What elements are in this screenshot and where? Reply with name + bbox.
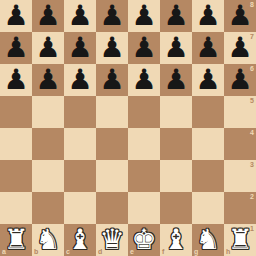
square-f3[interactable] (160, 160, 192, 192)
piece-black-pawn[interactable]: ♟ (227, 64, 252, 96)
square-a6[interactable]: ♟ (0, 64, 32, 96)
rank-label-2: 2 (250, 193, 254, 200)
rank-label-3: 3 (250, 161, 254, 168)
square-f2[interactable] (160, 192, 192, 224)
square-h7[interactable]: ♟7 (224, 32, 256, 64)
square-e3[interactable] (128, 160, 160, 192)
piece-black-pawn[interactable]: ♟ (35, 64, 60, 96)
square-b5[interactable] (32, 96, 64, 128)
square-h4[interactable]: 4 (224, 128, 256, 160)
square-d7[interactable]: ♟ (96, 32, 128, 64)
piece-white-queen[interactable]: ♛ (99, 224, 124, 256)
square-g7[interactable]: ♟ (192, 32, 224, 64)
square-a2[interactable] (0, 192, 32, 224)
square-c7[interactable]: ♟ (64, 32, 96, 64)
piece-black-pawn[interactable]: ♟ (195, 64, 220, 96)
square-g1[interactable]: ♞g (192, 224, 224, 256)
square-b8[interactable]: ♟ (32, 0, 64, 32)
piece-black-pawn[interactable]: ♟ (67, 64, 92, 96)
piece-white-bishop[interactable]: ♝ (67, 224, 92, 256)
square-c8[interactable]: ♟ (64, 0, 96, 32)
rank-label-4: 4 (250, 129, 254, 136)
square-f6[interactable]: ♟ (160, 64, 192, 96)
square-c6[interactable]: ♟ (64, 64, 96, 96)
square-f8[interactable]: ♟ (160, 0, 192, 32)
square-h1[interactable]: ♜1h (224, 224, 256, 256)
square-d6[interactable]: ♟ (96, 64, 128, 96)
square-d8[interactable]: ♟ (96, 0, 128, 32)
square-g8[interactable]: ♟ (192, 0, 224, 32)
square-d1[interactable]: ♛d (96, 224, 128, 256)
piece-white-knight[interactable]: ♞ (35, 224, 60, 256)
piece-black-pawn[interactable]: ♟ (227, 32, 252, 64)
square-a4[interactable] (0, 128, 32, 160)
square-d2[interactable] (96, 192, 128, 224)
square-c3[interactable] (64, 160, 96, 192)
square-e5[interactable] (128, 96, 160, 128)
piece-black-pawn[interactable]: ♟ (227, 0, 252, 32)
square-f4[interactable] (160, 128, 192, 160)
square-a1[interactable]: ♜a (0, 224, 32, 256)
square-b2[interactable] (32, 192, 64, 224)
square-e1[interactable]: ♚e (128, 224, 160, 256)
piece-black-pawn[interactable]: ♟ (99, 64, 124, 96)
piece-black-pawn[interactable]: ♟ (3, 64, 28, 96)
square-g4[interactable] (192, 128, 224, 160)
piece-black-pawn[interactable]: ♟ (163, 0, 188, 32)
piece-black-pawn[interactable]: ♟ (35, 0, 60, 32)
square-b3[interactable] (32, 160, 64, 192)
square-g3[interactable] (192, 160, 224, 192)
square-h3[interactable]: 3 (224, 160, 256, 192)
square-e8[interactable]: ♟ (128, 0, 160, 32)
square-b6[interactable]: ♟ (32, 64, 64, 96)
square-d5[interactable] (96, 96, 128, 128)
square-d3[interactable] (96, 160, 128, 192)
square-c2[interactable] (64, 192, 96, 224)
square-e2[interactable] (128, 192, 160, 224)
square-c1[interactable]: ♝c (64, 224, 96, 256)
square-e7[interactable]: ♟ (128, 32, 160, 64)
square-c4[interactable] (64, 128, 96, 160)
square-f1[interactable]: ♝f (160, 224, 192, 256)
square-b1[interactable]: ♞b (32, 224, 64, 256)
piece-white-rook[interactable]: ♜ (3, 224, 28, 256)
piece-black-pawn[interactable]: ♟ (195, 32, 220, 64)
square-a5[interactable] (0, 96, 32, 128)
rank-label-5: 5 (250, 97, 254, 104)
square-h6[interactable]: ♟6 (224, 64, 256, 96)
piece-black-pawn[interactable]: ♟ (131, 0, 156, 32)
piece-white-knight[interactable]: ♞ (195, 224, 220, 256)
piece-black-pawn[interactable]: ♟ (67, 0, 92, 32)
square-g2[interactable] (192, 192, 224, 224)
square-e6[interactable]: ♟ (128, 64, 160, 96)
piece-white-bishop[interactable]: ♝ (163, 224, 188, 256)
square-f7[interactable]: ♟ (160, 32, 192, 64)
piece-white-king[interactable]: ♚ (131, 224, 156, 256)
piece-black-pawn[interactable]: ♟ (3, 0, 28, 32)
piece-black-pawn[interactable]: ♟ (3, 32, 28, 64)
square-g6[interactable]: ♟ (192, 64, 224, 96)
piece-black-pawn[interactable]: ♟ (131, 32, 156, 64)
piece-black-pawn[interactable]: ♟ (195, 0, 220, 32)
piece-white-rook[interactable]: ♜ (227, 224, 252, 256)
piece-black-pawn[interactable]: ♟ (163, 64, 188, 96)
piece-black-pawn[interactable]: ♟ (99, 32, 124, 64)
square-a7[interactable]: ♟ (0, 32, 32, 64)
piece-black-pawn[interactable]: ♟ (67, 32, 92, 64)
piece-black-pawn[interactable]: ♟ (163, 32, 188, 64)
square-b4[interactable] (32, 128, 64, 160)
square-a8[interactable]: ♟ (0, 0, 32, 32)
square-h5[interactable]: 5 (224, 96, 256, 128)
square-c5[interactable] (64, 96, 96, 128)
square-f5[interactable] (160, 96, 192, 128)
square-a3[interactable] (0, 160, 32, 192)
piece-black-pawn[interactable]: ♟ (99, 0, 124, 32)
square-b7[interactable]: ♟ (32, 32, 64, 64)
square-e4[interactable] (128, 128, 160, 160)
chess-board: ♟♟♟♟♟♟♟♟8♟♟♟♟♟♟♟♟7♟♟♟♟♟♟♟♟65432♜a♞b♝c♛d♚… (0, 0, 256, 256)
piece-black-pawn[interactable]: ♟ (35, 32, 60, 64)
square-h8[interactable]: ♟8 (224, 0, 256, 32)
piece-black-pawn[interactable]: ♟ (131, 64, 156, 96)
square-g5[interactable] (192, 96, 224, 128)
square-d4[interactable] (96, 128, 128, 160)
square-h2[interactable]: 2 (224, 192, 256, 224)
